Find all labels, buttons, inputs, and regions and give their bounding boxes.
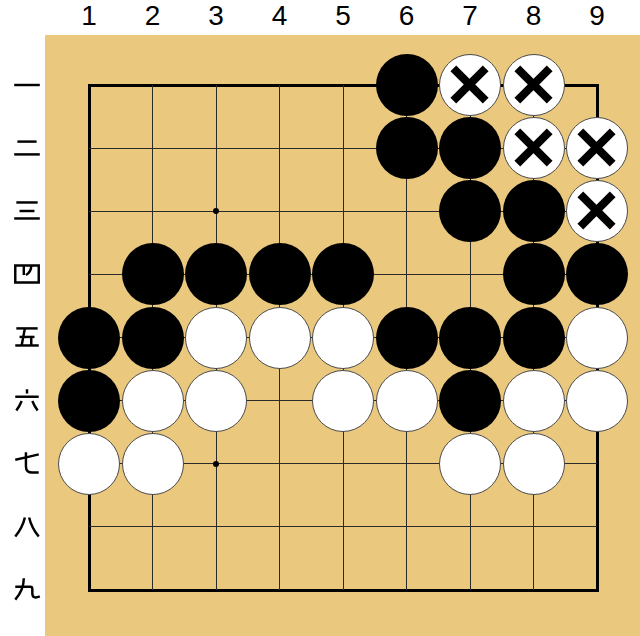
black-stone — [503, 180, 565, 242]
black-stone — [566, 243, 628, 305]
intersection-7-7[interactable] — [438, 432, 502, 495]
intersection-8-3[interactable] — [502, 180, 566, 243]
intersection-4-3[interactable] — [248, 180, 312, 243]
intersection-8-8[interactable] — [502, 495, 566, 558]
intersection-9-2[interactable] — [565, 117, 629, 180]
go-board[interactable] — [57, 53, 629, 621]
white-stone — [376, 370, 438, 432]
white-stone — [312, 370, 374, 432]
intersection-6-4[interactable] — [375, 243, 439, 306]
black-stone — [439, 307, 501, 369]
intersection-2-5[interactable] — [121, 306, 185, 369]
intersection-9-6[interactable] — [565, 369, 629, 432]
intersection-9-5[interactable] — [565, 306, 629, 369]
intersection-5-9[interactable] — [311, 558, 375, 621]
intersection-6-1[interactable] — [375, 53, 439, 116]
intersection-9-7[interactable] — [565, 432, 629, 495]
intersection-4-5[interactable] — [248, 306, 312, 369]
white-stone — [566, 307, 628, 369]
white-stone — [58, 433, 120, 495]
white-stone — [503, 370, 565, 432]
intersection-7-4[interactable] — [438, 243, 502, 306]
white-stone — [312, 307, 374, 369]
white-stone — [122, 433, 184, 495]
intersection-3-9[interactable] — [184, 558, 248, 621]
black-stone — [312, 243, 374, 305]
intersection-2-3[interactable] — [121, 180, 185, 243]
intersection-7-6[interactable] — [438, 369, 502, 432]
intersection-2-6[interactable] — [121, 369, 185, 432]
intersection-2-7[interactable] — [121, 432, 185, 495]
intersection-8-2[interactable] — [502, 117, 566, 180]
marked-white-stone — [503, 54, 565, 116]
black-stone — [376, 307, 438, 369]
white-stone — [249, 307, 311, 369]
intersection-5-1[interactable] — [311, 53, 375, 116]
intersection-6-8[interactable] — [375, 495, 439, 558]
x-mark-icon — [440, 55, 499, 114]
marked-white-stone — [503, 117, 565, 179]
white-stone — [503, 433, 565, 495]
intersection-9-1[interactable] — [565, 53, 629, 116]
black-stone — [439, 180, 501, 242]
intersection-3-2[interactable] — [184, 117, 248, 180]
intersection-6-7[interactable] — [375, 432, 439, 495]
black-stone — [376, 117, 438, 179]
intersection-5-6[interactable] — [311, 369, 375, 432]
intersection-1-8[interactable] — [57, 495, 121, 558]
intersection-7-5[interactable] — [438, 306, 502, 369]
intersection-4-4[interactable] — [248, 243, 312, 306]
intersection-4-7[interactable] — [248, 432, 312, 495]
intersection-3-4[interactable] — [184, 243, 248, 306]
intersection-4-1[interactable] — [248, 53, 312, 116]
intersection-4-8[interactable] — [248, 495, 312, 558]
intersection-6-3[interactable] — [375, 180, 439, 243]
marked-white-stone — [566, 180, 628, 242]
white-stone — [185, 370, 247, 432]
intersection-1-7[interactable] — [57, 432, 121, 495]
black-stone — [439, 370, 501, 432]
intersection-3-7[interactable] — [184, 432, 248, 495]
white-stone — [122, 370, 184, 432]
intersection-5-8[interactable] — [311, 495, 375, 558]
x-mark-icon — [567, 118, 626, 177]
black-stone — [58, 307, 120, 369]
intersection-7-1[interactable] — [438, 53, 502, 116]
black-stone — [249, 243, 311, 305]
intersection-1-9[interactable] — [57, 558, 121, 621]
intersection-1-5[interactable] — [57, 306, 121, 369]
intersection-3-3[interactable] — [184, 180, 248, 243]
intersection-3-6[interactable] — [184, 369, 248, 432]
intersection-7-9[interactable] — [438, 558, 502, 621]
intersection-8-6[interactable] — [502, 369, 566, 432]
intersection-2-8[interactable] — [121, 495, 185, 558]
intersection-7-8[interactable] — [438, 495, 502, 558]
intersection-5-2[interactable] — [311, 117, 375, 180]
intersection-5-5[interactable] — [311, 306, 375, 369]
intersection-4-9[interactable] — [248, 558, 312, 621]
intersection-5-4[interactable] — [311, 243, 375, 306]
intersection-9-9[interactable] — [565, 558, 629, 621]
black-stone — [122, 243, 184, 305]
intersection-9-8[interactable] — [565, 495, 629, 558]
intersection-8-1[interactable] — [502, 53, 566, 116]
x-mark-icon — [567, 181, 626, 240]
intersection-9-4[interactable] — [565, 243, 629, 306]
white-stone — [439, 433, 501, 495]
intersection-2-9[interactable] — [121, 558, 185, 621]
intersection-3-8[interactable] — [184, 495, 248, 558]
intersection-3-1[interactable] — [184, 53, 248, 116]
intersection-2-4[interactable] — [121, 243, 185, 306]
black-stone — [439, 117, 501, 179]
intersection-6-5[interactable] — [375, 306, 439, 369]
intersection-1-3[interactable] — [57, 180, 121, 243]
intersection-5-3[interactable] — [311, 180, 375, 243]
intersection-7-3[interactable] — [438, 180, 502, 243]
intersection-1-2[interactable] — [57, 117, 121, 180]
marked-white-stone — [566, 117, 628, 179]
intersection-6-9[interactable] — [375, 558, 439, 621]
intersection-8-9[interactable] — [502, 558, 566, 621]
intersection-5-7[interactable] — [311, 432, 375, 495]
black-stone — [503, 243, 565, 305]
intersection-6-6[interactable] — [375, 369, 439, 432]
black-stone — [122, 307, 184, 369]
intersection-3-5[interactable] — [184, 306, 248, 369]
intersection-1-1[interactable] — [57, 53, 121, 116]
black-stone — [503, 307, 565, 369]
go-diagram: 123456789 — [0, 0, 640, 636]
black-stone — [185, 243, 247, 305]
black-stone — [58, 370, 120, 432]
white-stone — [566, 370, 628, 432]
marked-white-stone — [439, 54, 501, 116]
intersection-8-7[interactable] — [502, 432, 566, 495]
intersection-1-6[interactable] — [57, 369, 121, 432]
intersection-8-5[interactable] — [502, 306, 566, 369]
intersection-1-4[interactable] — [57, 243, 121, 306]
intersection-7-2[interactable] — [438, 117, 502, 180]
x-mark-icon — [504, 55, 563, 114]
intersection-9-3[interactable] — [565, 180, 629, 243]
intersection-4-2[interactable] — [248, 117, 312, 180]
intersection-2-1[interactable] — [121, 53, 185, 116]
intersection-4-6[interactable] — [248, 369, 312, 432]
intersection-8-4[interactable] — [502, 243, 566, 306]
intersection-2-2[interactable] — [121, 117, 185, 180]
white-stone — [185, 307, 247, 369]
black-stone — [376, 54, 438, 116]
intersection-6-2[interactable] — [375, 117, 439, 180]
x-mark-icon — [504, 118, 563, 177]
